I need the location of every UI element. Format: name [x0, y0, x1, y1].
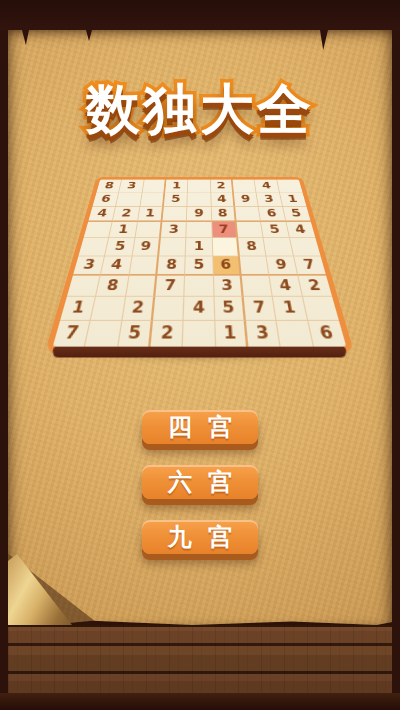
cell-r8c9: [303, 297, 339, 321]
cell-r3c1: 4: [88, 207, 116, 222]
cell-r2c2: [116, 193, 142, 207]
cell-r7c2: 8: [96, 276, 129, 297]
cell-r5c1: [78, 238, 109, 256]
cell-r2c8: 3: [257, 193, 283, 207]
cell-r8c6: 5: [214, 297, 246, 321]
cell-r5c9: [290, 238, 321, 256]
button-nine-grid[interactable]: 九宫: [142, 520, 258, 554]
cell-r2c1: 6: [92, 193, 119, 207]
cell-r4c8: 5: [261, 222, 289, 238]
wood-floor: [8, 625, 392, 693]
cell-r9c5: [183, 321, 216, 347]
cell-r6c5: 5: [185, 256, 213, 276]
cell-r1c3: [142, 180, 166, 193]
button-six-grid[interactable]: 六宫: [142, 465, 258, 499]
app-title: 数独大全: [0, 74, 400, 147]
cell-r6c3: [129, 256, 159, 276]
menu: 四宫 六宫 九宫: [142, 410, 258, 554]
cell-r7c3: [126, 276, 158, 297]
button-four-grid[interactable]: 四宫: [142, 410, 258, 444]
cell-r6c4: 8: [157, 256, 186, 276]
top-frame-bar: [0, 0, 400, 30]
cell-r4c7: [237, 222, 264, 238]
cell-r4c4: 3: [161, 222, 187, 238]
cell-r1c7: [233, 180, 257, 193]
cell-r4c3: [135, 222, 162, 238]
cell-r9c9: 6: [308, 321, 346, 347]
button-six-grid-label: 六宫: [168, 466, 248, 498]
cell-r2c7: 9: [234, 193, 259, 207]
cell-r7c9: 2: [298, 276, 332, 297]
cell-r6c2: 4: [101, 256, 132, 276]
cell-r2c3: [140, 193, 165, 207]
cell-r5c7: 8: [238, 238, 267, 256]
cell-r6c6: 6: [213, 256, 242, 276]
cell-r5c8: [264, 238, 294, 256]
cell-r3c7: [235, 207, 261, 222]
cell-r1c4: 1: [165, 180, 188, 193]
cell-r7c6: 3: [214, 276, 244, 297]
cell-r6c7: [240, 256, 270, 276]
cell-r4c9: 4: [286, 222, 315, 238]
cell-r7c7: [242, 276, 274, 297]
cell-r3c9: 5: [283, 207, 311, 222]
cell-r5c5: 1: [186, 238, 213, 256]
cell-r2c4: 5: [164, 193, 188, 207]
bottom-frame-bar: [0, 693, 400, 710]
cell-r5c3: 9: [132, 238, 161, 256]
cell-r7c5: [185, 276, 214, 297]
cell-r9c4: 2: [151, 321, 184, 347]
cell-r6c8: 9: [267, 256, 298, 276]
cell-r8c7: 7: [244, 297, 277, 321]
cell-r9c7: 3: [246, 321, 281, 347]
cell-r7c4: 7: [155, 276, 185, 297]
cell-r1c2: 3: [119, 180, 144, 193]
sudoku-grid: 8312465493142198651375459183485697873421…: [53, 180, 347, 347]
cell-r8c2: [91, 297, 126, 321]
cell-r8c5: 4: [184, 297, 215, 321]
cell-r8c3: 2: [122, 297, 155, 321]
button-four-grid-label: 四宫: [168, 411, 248, 443]
cell-r3c3: 1: [138, 207, 164, 222]
cell-r1c5: [188, 180, 211, 193]
cell-r3c8: 6: [259, 207, 286, 222]
cell-r9c6: 1: [215, 321, 248, 347]
cell-r1c1: 8: [96, 180, 122, 193]
cell-r8c4: [153, 297, 185, 321]
cell-r3c5: 9: [187, 207, 212, 222]
cell-r4c6: 7: [212, 222, 238, 238]
cell-r1c9: [277, 180, 303, 193]
cell-r4c5: [187, 222, 213, 238]
cell-r9c2: [85, 321, 122, 347]
cell-r3c6: 8: [211, 207, 236, 222]
cell-r3c2: 2: [113, 207, 140, 222]
cell-r4c2: 1: [109, 222, 137, 238]
cell-r2c6: 4: [211, 193, 235, 207]
sudoku-board: 8312465493142198651375459183485697873421…: [45, 177, 355, 353]
cell-r1c8: 4: [255, 180, 280, 193]
cell-r5c6: [212, 238, 239, 256]
cell-r5c4: [159, 238, 186, 256]
cell-r4c1: [83, 222, 112, 238]
cell-r1c6: 2: [211, 180, 234, 193]
cell-r3c4: [162, 207, 187, 222]
cell-r9c3: 5: [118, 321, 153, 347]
button-nine-grid-label: 九宫: [168, 521, 248, 553]
cell-r5c2: 5: [105, 238, 135, 256]
cell-r6c9: 7: [294, 256, 326, 276]
cell-r2c5: [188, 193, 212, 207]
cell-r2c9: 1: [280, 193, 307, 207]
